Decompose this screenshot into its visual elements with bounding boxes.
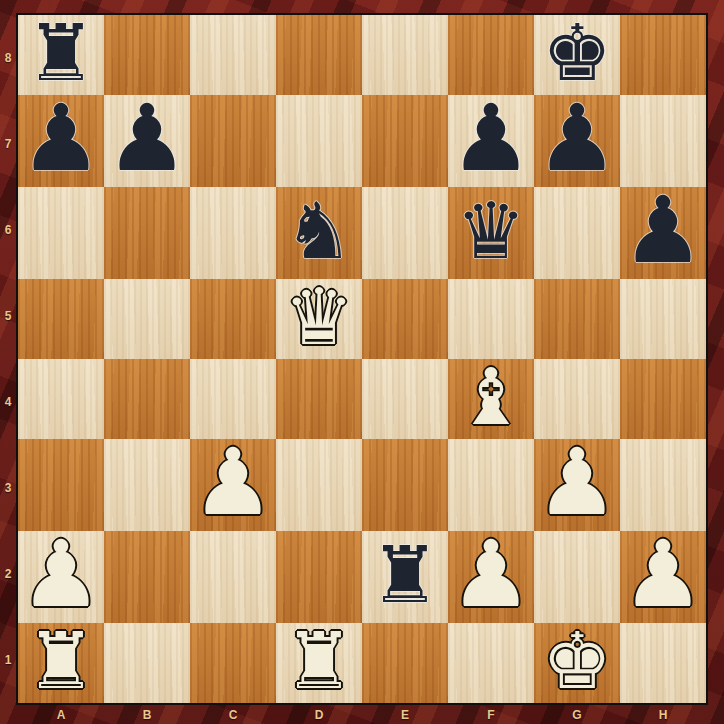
square-c7[interactable] (190, 95, 276, 187)
black-pawn-g7[interactable]: ♟ (536, 93, 618, 185)
black-pawn-b7[interactable]: ♟ (106, 93, 188, 185)
square-c6[interactable] (190, 187, 276, 279)
square-h2[interactable]: ♟ (620, 531, 706, 623)
square-c4[interactable] (190, 359, 276, 439)
square-c5[interactable] (190, 279, 276, 359)
white-rook-d1[interactable]: ♜ (284, 622, 354, 700)
square-e7[interactable] (362, 95, 448, 187)
square-d6[interactable]: ♞ (276, 187, 362, 279)
square-e3[interactable] (362, 439, 448, 531)
file-label-h: H (620, 705, 706, 724)
square-e1[interactable] (362, 623, 448, 703)
square-e8[interactable] (362, 15, 448, 95)
white-pawn-h2[interactable]: ♟ (622, 529, 704, 621)
black-rook-e2[interactable]: ♜ (370, 536, 440, 614)
square-f6[interactable]: ♛ (448, 187, 534, 279)
square-a6[interactable] (18, 187, 104, 279)
square-a3[interactable] (18, 439, 104, 531)
rank-label-7: 7 (0, 101, 16, 187)
rank-label-8: 8 (0, 15, 16, 101)
square-g2[interactable] (534, 531, 620, 623)
square-g3[interactable]: ♟ (534, 439, 620, 531)
black-knight-d6[interactable]: ♞ (284, 192, 354, 270)
square-e4[interactable] (362, 359, 448, 439)
square-c1[interactable] (190, 623, 276, 703)
square-f3[interactable] (448, 439, 534, 531)
rank-label-3: 3 (0, 445, 16, 531)
square-d3[interactable] (276, 439, 362, 531)
black-pawn-h6[interactable]: ♟ (622, 185, 704, 277)
square-a5[interactable] (18, 279, 104, 359)
square-f2[interactable]: ♟ (448, 531, 534, 623)
square-b4[interactable] (104, 359, 190, 439)
file-labels: ABCDEFGH (18, 705, 706, 724)
square-f7[interactable]: ♟ (448, 95, 534, 187)
file-label-g: G (534, 705, 620, 724)
square-b8[interactable] (104, 15, 190, 95)
rank-labels: 87654321 (0, 15, 16, 703)
file-label-d: D (276, 705, 362, 724)
square-d5[interactable]: ♛ (276, 279, 362, 359)
file-label-e: E (362, 705, 448, 724)
square-a1[interactable]: ♜ (18, 623, 104, 703)
square-c8[interactable] (190, 15, 276, 95)
square-f4[interactable]: ♝ (448, 359, 534, 439)
black-queen-f6[interactable]: ♛ (456, 192, 526, 270)
square-f8[interactable] (448, 15, 534, 95)
file-label-b: B (104, 705, 190, 724)
square-f5[interactable] (448, 279, 534, 359)
square-h3[interactable] (620, 439, 706, 531)
square-d8[interactable] (276, 15, 362, 95)
square-c2[interactable] (190, 531, 276, 623)
square-g4[interactable] (534, 359, 620, 439)
square-b5[interactable] (104, 279, 190, 359)
square-d2[interactable] (276, 531, 362, 623)
file-label-f: F (448, 705, 534, 724)
square-c3[interactable]: ♟ (190, 439, 276, 531)
square-h1[interactable] (620, 623, 706, 703)
white-queen-d5[interactable]: ♛ (284, 278, 354, 356)
square-d4[interactable] (276, 359, 362, 439)
square-b2[interactable] (104, 531, 190, 623)
square-a2[interactable]: ♟ (18, 531, 104, 623)
white-pawn-a2[interactable]: ♟ (20, 529, 102, 621)
white-rook-a1[interactable]: ♜ (26, 622, 96, 700)
square-h6[interactable]: ♟ (620, 187, 706, 279)
rank-label-4: 4 (0, 359, 16, 445)
black-pawn-f7[interactable]: ♟ (450, 93, 532, 185)
square-b1[interactable] (104, 623, 190, 703)
square-b6[interactable] (104, 187, 190, 279)
square-g7[interactable]: ♟ (534, 95, 620, 187)
file-label-c: C (190, 705, 276, 724)
square-g5[interactable] (534, 279, 620, 359)
white-bishop-f4[interactable]: ♝ (456, 358, 526, 436)
square-f1[interactable] (448, 623, 534, 703)
chess-board: ♜♚♟♟♟♟♞♛♟♛♝♟♟♟♜♟♟♜♜♚ (16, 13, 708, 705)
white-pawn-g3[interactable]: ♟ (536, 437, 618, 529)
white-pawn-f2[interactable]: ♟ (450, 529, 532, 621)
rank-label-2: 2 (0, 531, 16, 617)
rank-label-1: 1 (0, 617, 16, 703)
square-h5[interactable] (620, 279, 706, 359)
square-h8[interactable] (620, 15, 706, 95)
square-g8[interactable]: ♚ (534, 15, 620, 95)
square-d1[interactable]: ♜ (276, 623, 362, 703)
black-pawn-a7[interactable]: ♟ (20, 93, 102, 185)
square-a4[interactable] (18, 359, 104, 439)
square-e6[interactable] (362, 187, 448, 279)
square-e2[interactable]: ♜ (362, 531, 448, 623)
rank-label-5: 5 (0, 273, 16, 359)
square-a8[interactable]: ♜ (18, 15, 104, 95)
square-g1[interactable]: ♚ (534, 623, 620, 703)
white-pawn-c3[interactable]: ♟ (192, 437, 274, 529)
file-label-a: A (18, 705, 104, 724)
square-h4[interactable] (620, 359, 706, 439)
black-rook-a8[interactable]: ♜ (26, 14, 96, 92)
square-b3[interactable] (104, 439, 190, 531)
square-e5[interactable] (362, 279, 448, 359)
square-b7[interactable]: ♟ (104, 95, 190, 187)
square-d7[interactable] (276, 95, 362, 187)
white-king-g1[interactable]: ♚ (542, 622, 612, 700)
square-a7[interactable]: ♟ (18, 95, 104, 187)
rank-label-6: 6 (0, 187, 16, 273)
black-king-g8[interactable]: ♚ (542, 14, 612, 92)
chess-board-frame: 87654321 ♜♚♟♟♟♟♞♛♟♛♝♟♟♟♜♟♟♜♜♚ ABCDEFGH (0, 0, 724, 724)
square-h7[interactable] (620, 95, 706, 187)
square-g6[interactable] (534, 187, 620, 279)
